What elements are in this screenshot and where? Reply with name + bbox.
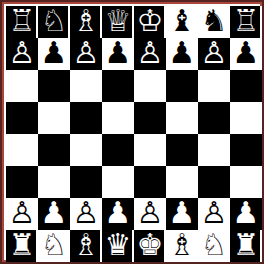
white-knight-icon: ♘ (41, 230, 68, 261)
square-c3[interactable] (70, 166, 102, 198)
white-pawn-icon: ♟ (169, 198, 196, 229)
square-d4[interactable] (102, 134, 134, 166)
chess-board: ♖♘♗♕♔♝♞♖♙♟♙♟♙♟♙♟♙♟♙♟♙♟♙♟♜♘♗♛♚♗♘♜ (6, 6, 262, 262)
white-knight-icon: ♘ (201, 230, 228, 261)
square-f1[interactable]: ♗ (166, 230, 198, 262)
square-c4[interactable] (70, 134, 102, 166)
square-c2[interactable]: ♙ (70, 198, 102, 230)
square-a7[interactable]: ♙ (6, 38, 38, 70)
square-f2[interactable]: ♟ (166, 198, 198, 230)
white-pawn-icon: ♙ (201, 198, 228, 229)
white-rook-icon: ♜ (233, 230, 260, 261)
white-pawn-icon: ♟ (233, 198, 260, 229)
square-h3[interactable] (230, 166, 262, 198)
black-rook-icon: ♖ (9, 6, 36, 37)
square-h1[interactable]: ♜ (230, 230, 262, 262)
board-frame-inner: ♖♘♗♕♔♝♞♖♙♟♙♟♙♟♙♟♙♟♙♟♙♟♙♟♜♘♗♛♚♗♘♜ (4, 4, 260, 260)
black-pawn-icon: ♙ (137, 38, 164, 69)
black-pawn-icon: ♟ (41, 38, 68, 69)
square-f8[interactable]: ♝ (166, 6, 198, 38)
square-a1[interactable]: ♜ (6, 230, 38, 262)
square-c6[interactable] (70, 70, 102, 102)
square-e4[interactable] (134, 134, 166, 166)
black-queen-icon: ♕ (105, 6, 132, 37)
square-f3[interactable] (166, 166, 198, 198)
square-d5[interactable] (102, 102, 134, 134)
board-frame-mid: ♖♘♗♕♔♝♞♖♙♟♙♟♙♟♙♟♙♟♙♟♙♟♙♟♜♘♗♛♚♗♘♜ (2, 2, 262, 262)
white-pawn-icon: ♟ (41, 198, 68, 229)
black-bishop-icon: ♗ (73, 6, 100, 37)
square-e8[interactable]: ♔ (134, 6, 166, 38)
square-h2[interactable]: ♟ (230, 198, 262, 230)
square-b4[interactable] (38, 134, 70, 166)
square-b8[interactable]: ♘ (38, 6, 70, 38)
square-b7[interactable]: ♟ (38, 38, 70, 70)
square-e3[interactable] (134, 166, 166, 198)
square-g2[interactable]: ♙ (198, 198, 230, 230)
square-d6[interactable] (102, 70, 134, 102)
square-g4[interactable] (198, 134, 230, 166)
board-frame-outer: ♖♘♗♕♔♝♞♖♙♟♙♟♙♟♙♟♙♟♙♟♙♟♙♟♜♘♗♛♚♗♘♜ (0, 0, 264, 264)
square-g3[interactable] (198, 166, 230, 198)
square-c8[interactable]: ♗ (70, 6, 102, 38)
square-f7[interactable]: ♟ (166, 38, 198, 70)
square-a3[interactable] (6, 166, 38, 198)
square-b2[interactable]: ♟ (38, 198, 70, 230)
square-h6[interactable] (230, 70, 262, 102)
black-rook-icon: ♖ (233, 6, 260, 37)
square-h7[interactable]: ♟ (230, 38, 262, 70)
square-c1[interactable]: ♗ (70, 230, 102, 262)
white-king-icon: ♚ (137, 230, 164, 261)
square-a4[interactable] (6, 134, 38, 166)
square-g5[interactable] (198, 102, 230, 134)
black-pawn-icon: ♙ (201, 38, 228, 69)
square-f4[interactable] (166, 134, 198, 166)
square-d3[interactable] (102, 166, 134, 198)
black-pawn-icon: ♙ (9, 38, 36, 69)
square-h4[interactable] (230, 134, 262, 166)
white-queen-icon: ♛ (105, 230, 132, 261)
square-a2[interactable]: ♙ (6, 198, 38, 230)
black-knight-icon: ♞ (201, 6, 228, 37)
square-d7[interactable]: ♟ (102, 38, 134, 70)
black-bishop-icon: ♝ (169, 6, 196, 37)
black-pawn-icon: ♟ (233, 38, 260, 69)
white-pawn-icon: ♙ (9, 198, 36, 229)
square-a5[interactable] (6, 102, 38, 134)
black-knight-icon: ♘ (41, 6, 68, 37)
square-d2[interactable]: ♟ (102, 198, 134, 230)
white-pawn-icon: ♟ (105, 198, 132, 229)
square-b3[interactable] (38, 166, 70, 198)
square-g8[interactable]: ♞ (198, 6, 230, 38)
square-h5[interactable] (230, 102, 262, 134)
square-a6[interactable] (6, 70, 38, 102)
square-c7[interactable]: ♙ (70, 38, 102, 70)
square-g7[interactable]: ♙ (198, 38, 230, 70)
square-d1[interactable]: ♛ (102, 230, 134, 262)
black-king-icon: ♔ (137, 6, 164, 37)
square-g6[interactable] (198, 70, 230, 102)
black-pawn-icon: ♟ (169, 38, 196, 69)
square-a8[interactable]: ♖ (6, 6, 38, 38)
square-b6[interactable] (38, 70, 70, 102)
square-e5[interactable] (134, 102, 166, 134)
square-e7[interactable]: ♙ (134, 38, 166, 70)
square-c5[interactable] (70, 102, 102, 134)
square-h8[interactable]: ♖ (230, 6, 262, 38)
white-rook-icon: ♜ (9, 230, 36, 261)
black-pawn-icon: ♙ (73, 38, 100, 69)
square-d8[interactable]: ♕ (102, 6, 134, 38)
square-e2[interactable]: ♙ (134, 198, 166, 230)
black-pawn-icon: ♟ (105, 38, 132, 69)
square-b5[interactable] (38, 102, 70, 134)
square-e1[interactable]: ♚ (134, 230, 166, 262)
white-bishop-icon: ♗ (73, 230, 100, 261)
white-bishop-icon: ♗ (169, 230, 196, 261)
square-f5[interactable] (166, 102, 198, 134)
square-g1[interactable]: ♘ (198, 230, 230, 262)
square-f6[interactable] (166, 70, 198, 102)
white-pawn-icon: ♙ (73, 198, 100, 229)
white-pawn-icon: ♙ (137, 198, 164, 229)
square-e6[interactable] (134, 70, 166, 102)
square-b1[interactable]: ♘ (38, 230, 70, 262)
